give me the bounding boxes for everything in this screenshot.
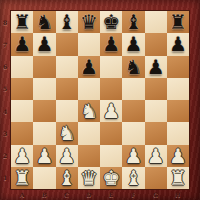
piece-white-rook[interactable]: ♜ — [11, 167, 33, 189]
square-f2[interactable]: ♟ — [122, 145, 144, 167]
square-g1[interactable] — [145, 167, 167, 189]
square-c1[interactable]: ♝ — [56, 167, 78, 189]
square-b8[interactable]: ♞ — [33, 11, 55, 33]
rank-label-1: 1 — [0, 167, 10, 189]
rank-label-8: 8 — [0, 11, 10, 33]
square-e3[interactable] — [100, 122, 122, 144]
piece-white-knight[interactable]: ♞ — [78, 100, 100, 122]
piece-black-queen[interactable]: ♛ — [78, 11, 100, 33]
square-e6[interactable] — [100, 56, 122, 78]
square-c3[interactable]: ♞ — [56, 122, 78, 144]
piece-black-bishop[interactable]: ♝ — [122, 11, 144, 33]
square-d4[interactable]: ♞ — [78, 100, 100, 122]
square-h8[interactable]: ♜ — [167, 11, 189, 33]
square-g8[interactable] — [145, 11, 167, 33]
file-label-d: D — [78, 189, 100, 200]
square-b2[interactable]: ♟ — [33, 145, 55, 167]
piece-black-king[interactable]: ♚ — [100, 11, 122, 33]
square-g5[interactable] — [145, 78, 167, 100]
square-c5[interactable] — [56, 78, 78, 100]
square-h2[interactable]: ♟ — [167, 145, 189, 167]
square-c6[interactable] — [56, 56, 78, 78]
piece-black-pawn[interactable]: ♟ — [167, 33, 189, 55]
square-f5[interactable] — [122, 78, 144, 100]
piece-white-pawn[interactable]: ♟ — [11, 145, 33, 167]
piece-white-knight[interactable]: ♞ — [56, 122, 78, 144]
square-d6[interactable]: ♟ — [78, 56, 100, 78]
square-a7[interactable]: ♟ — [11, 33, 33, 55]
file-label-e: E — [100, 189, 122, 200]
piece-black-pawn[interactable]: ♟ — [78, 56, 100, 78]
piece-white-pawn[interactable]: ♟ — [33, 145, 55, 167]
file-label-f: F — [122, 189, 144, 200]
piece-black-pawn[interactable]: ♟ — [33, 33, 55, 55]
square-d7[interactable] — [78, 33, 100, 55]
square-a6[interactable] — [11, 56, 33, 78]
square-h4[interactable] — [167, 100, 189, 122]
square-f8[interactable]: ♝ — [122, 11, 144, 33]
square-f4[interactable] — [122, 100, 144, 122]
square-b6[interactable] — [33, 56, 55, 78]
piece-black-pawn[interactable]: ♟ — [145, 56, 167, 78]
square-h6[interactable] — [167, 56, 189, 78]
square-c2[interactable]: ♟ — [56, 145, 78, 167]
square-a4[interactable] — [11, 100, 33, 122]
piece-white-pawn[interactable]: ♟ — [145, 145, 167, 167]
square-g6[interactable]: ♟ — [145, 56, 167, 78]
file-label-h: H — [167, 189, 189, 200]
piece-black-pawn[interactable]: ♟ — [11, 33, 33, 55]
square-g4[interactable] — [145, 100, 167, 122]
chess-board: ♜♞♝♛♚♝♜♟♟♟♟♟♟♞♟♞♟♞♟♟♟♟♟♟♜♝♛♚♝♜ — [10, 10, 190, 190]
square-g7[interactable] — [145, 33, 167, 55]
square-b7[interactable]: ♟ — [33, 33, 55, 55]
piece-white-pawn[interactable]: ♟ — [100, 100, 122, 122]
square-b4[interactable] — [33, 100, 55, 122]
rank-labels: 87654321 — [0, 11, 10, 189]
square-d2[interactable] — [78, 145, 100, 167]
square-e7[interactable]: ♟ — [100, 33, 122, 55]
file-labels: ABCDEFGH — [11, 189, 189, 200]
square-b5[interactable] — [33, 78, 55, 100]
square-h7[interactable]: ♟ — [167, 33, 189, 55]
square-e2[interactable] — [100, 145, 122, 167]
square-h5[interactable] — [167, 78, 189, 100]
square-d8[interactable]: ♛ — [78, 11, 100, 33]
file-label-a: A — [11, 189, 33, 200]
file-label-c: C — [56, 189, 78, 200]
piece-black-pawn[interactable]: ♟ — [100, 33, 122, 55]
rank-label-5: 5 — [0, 78, 10, 100]
square-c7[interactable] — [56, 33, 78, 55]
square-d5[interactable] — [78, 78, 100, 100]
piece-white-king[interactable]: ♚ — [100, 167, 122, 189]
square-e5[interactable] — [100, 78, 122, 100]
chess-board-frame: 87654321 ♜♞♝♛♚♝♜♟♟♟♟♟♟♞♟♞♟♞♟♟♟♟♟♟♜♝♛♚♝♜ … — [0, 0, 200, 200]
piece-white-pawn[interactable]: ♟ — [167, 145, 189, 167]
file-label-g: G — [145, 189, 167, 200]
piece-white-queen[interactable]: ♛ — [78, 167, 100, 189]
square-a2[interactable]: ♟ — [11, 145, 33, 167]
piece-black-rook[interactable]: ♜ — [11, 11, 33, 33]
square-e1[interactable]: ♚ — [100, 167, 122, 189]
square-g2[interactable]: ♟ — [145, 145, 167, 167]
square-h3[interactable] — [167, 122, 189, 144]
piece-white-rook[interactable]: ♜ — [167, 167, 189, 189]
square-b1[interactable] — [33, 167, 55, 189]
piece-white-pawn[interactable]: ♟ — [56, 145, 78, 167]
piece-white-bishop[interactable]: ♝ — [122, 167, 144, 189]
rank-label-6: 6 — [0, 56, 10, 78]
rank-label-2: 2 — [0, 145, 10, 167]
square-f6[interactable]: ♞ — [122, 56, 144, 78]
square-e4[interactable]: ♟ — [100, 100, 122, 122]
piece-black-rook[interactable]: ♜ — [167, 11, 189, 33]
square-h1[interactable]: ♜ — [167, 167, 189, 189]
square-a8[interactable]: ♜ — [11, 11, 33, 33]
square-c4[interactable] — [56, 100, 78, 122]
square-f3[interactable] — [122, 122, 144, 144]
square-d3[interactable] — [78, 122, 100, 144]
square-e8[interactable]: ♚ — [100, 11, 122, 33]
piece-black-pawn[interactable]: ♟ — [122, 33, 144, 55]
piece-black-bishop[interactable]: ♝ — [56, 11, 78, 33]
square-a3[interactable] — [11, 122, 33, 144]
square-f1[interactable]: ♝ — [122, 167, 144, 189]
square-c8[interactable]: ♝ — [56, 11, 78, 33]
piece-white-pawn[interactable]: ♟ — [122, 145, 144, 167]
square-d1[interactable]: ♛ — [78, 167, 100, 189]
rank-label-7: 7 — [0, 33, 10, 55]
square-a1[interactable]: ♜ — [11, 167, 33, 189]
piece-black-knight[interactable]: ♞ — [122, 56, 144, 78]
square-g3[interactable] — [145, 122, 167, 144]
square-a5[interactable] — [11, 78, 33, 100]
square-b3[interactable] — [33, 122, 55, 144]
piece-white-bishop[interactable]: ♝ — [56, 167, 78, 189]
file-label-b: B — [33, 189, 55, 200]
piece-black-knight[interactable]: ♞ — [33, 11, 55, 33]
rank-label-4: 4 — [0, 100, 10, 122]
rank-label-3: 3 — [0, 122, 10, 144]
square-f7[interactable]: ♟ — [122, 33, 144, 55]
